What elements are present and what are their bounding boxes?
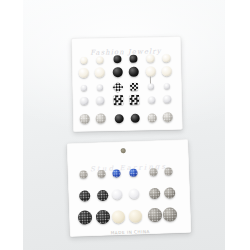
glitter-texture bbox=[149, 168, 158, 177]
stud-black-gloss bbox=[114, 114, 123, 123]
photo-background: Fashion Jewelry Stud Earrings MADE IN CH… bbox=[23, 0, 225, 250]
glitter-texture bbox=[97, 170, 106, 179]
glitter-texture bbox=[163, 187, 174, 198]
stud-crystal bbox=[148, 96, 155, 103]
stud-black-gloss bbox=[129, 55, 137, 63]
stud-pearl bbox=[146, 67, 156, 77]
glitter-texture bbox=[149, 187, 160, 198]
stud-pearl bbox=[95, 68, 105, 78]
stud-checker-diamond bbox=[112, 82, 123, 93]
stud-checker bbox=[129, 94, 140, 105]
stud-gray-glitter bbox=[149, 168, 158, 177]
stud-silver-druzy bbox=[163, 208, 177, 222]
stud-gray-glitter bbox=[164, 167, 173, 176]
stud-pearl bbox=[147, 55, 155, 63]
stud-crystal bbox=[148, 84, 154, 90]
glitter-texture bbox=[163, 208, 177, 222]
stud-gray-glitter bbox=[79, 170, 87, 178]
stud-black-gloss bbox=[113, 55, 121, 63]
stud-pearl bbox=[162, 66, 172, 76]
glitter-texture bbox=[97, 189, 108, 200]
stud-gray-glitter bbox=[97, 170, 106, 179]
stud-black-matte bbox=[78, 210, 92, 224]
glitter-texture bbox=[148, 208, 162, 222]
stud-black-gloss bbox=[129, 67, 139, 77]
glitter-texture bbox=[147, 113, 156, 122]
stud-checker bbox=[130, 83, 139, 92]
stud-blue-druzy bbox=[129, 168, 138, 177]
stud-pearl bbox=[163, 54, 171, 62]
earring-post bbox=[150, 76, 151, 83]
stud-checker bbox=[113, 95, 124, 106]
stud-black-gloss bbox=[113, 67, 123, 77]
stud-glitter-silver bbox=[80, 114, 90, 124]
glitter-texture bbox=[96, 210, 110, 224]
glitter-texture bbox=[78, 210, 92, 224]
stud-glitter-silver bbox=[147, 113, 156, 122]
card-bottom-stud-grid bbox=[67, 140, 190, 236]
stud-cream bbox=[128, 209, 141, 222]
stud-silver-druzy bbox=[148, 208, 162, 222]
stud-black-gloss bbox=[130, 113, 139, 122]
glitter-texture bbox=[96, 114, 106, 124]
glitter-texture bbox=[164, 167, 173, 176]
glitter-texture bbox=[79, 170, 87, 178]
glitter-texture bbox=[79, 190, 90, 201]
stud-clear-crystal bbox=[129, 188, 140, 199]
card-top-stud-grid bbox=[72, 37, 182, 131]
stud-silver-druzy bbox=[149, 187, 160, 198]
stud-pearl bbox=[79, 68, 89, 78]
earring-card-top: Fashion Jewelry bbox=[71, 36, 183, 132]
stud-crystal bbox=[164, 83, 170, 89]
stud-black-matte bbox=[97, 189, 108, 200]
stud-glitter-silver bbox=[96, 114, 106, 124]
earring-card-bottom: Stud Earrings MADE IN CHINA bbox=[66, 139, 191, 237]
stud-blue-druzy bbox=[112, 169, 121, 178]
stud-glitter-silver bbox=[163, 112, 173, 122]
glitter-texture bbox=[129, 168, 138, 177]
stud-clear-crystal bbox=[112, 189, 123, 200]
stud-cream bbox=[111, 210, 124, 223]
glitter-texture bbox=[112, 169, 121, 178]
stud-crystal bbox=[97, 85, 103, 91]
stud-crystal bbox=[81, 85, 87, 91]
stud-pearl bbox=[80, 56, 87, 63]
stud-crystal bbox=[97, 97, 105, 105]
stud-pearl bbox=[96, 56, 103, 63]
stud-black-matte bbox=[79, 190, 90, 201]
stud-crystal bbox=[81, 97, 89, 105]
stud-silver-druzy bbox=[163, 187, 174, 198]
stud-crystal bbox=[163, 95, 171, 103]
stud-black-matte bbox=[96, 210, 110, 224]
glitter-texture bbox=[163, 112, 173, 122]
glitter-texture bbox=[80, 114, 90, 124]
